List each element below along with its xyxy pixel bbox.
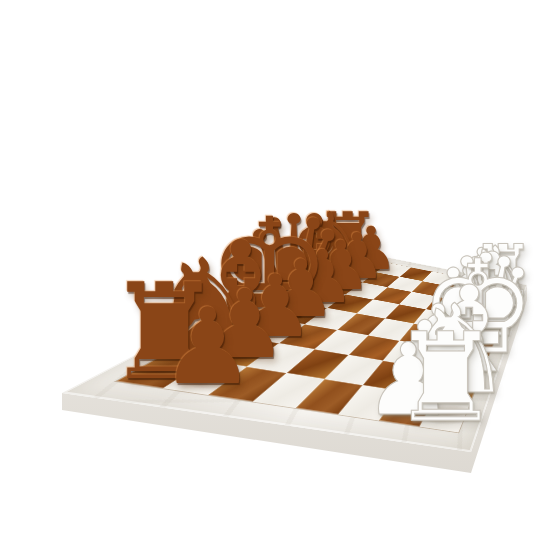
piece-brown-pawn-h7[interactable]: ♟︎	[160, 294, 254, 399]
chess-set-photo: Alabaster chess set — standard starting …	[0, 0, 560, 560]
pieces-layer: ♜︎♟︎♞︎♟︎♝︎♟︎♟︎♜︎♛︎♟︎♟︎♞︎♚︎♟︎♟︎♝︎♟︎♝︎♛︎♟︎…	[0, 0, 560, 560]
piece-white-rook-h1[interactable]: ♜︎	[391, 318, 500, 440]
